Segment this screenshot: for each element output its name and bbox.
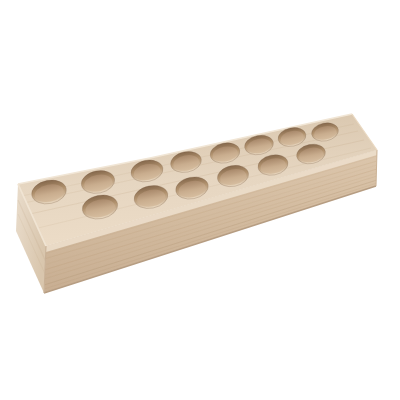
product-photo-canvas bbox=[0, 0, 400, 400]
mancala-board bbox=[0, 0, 400, 400]
